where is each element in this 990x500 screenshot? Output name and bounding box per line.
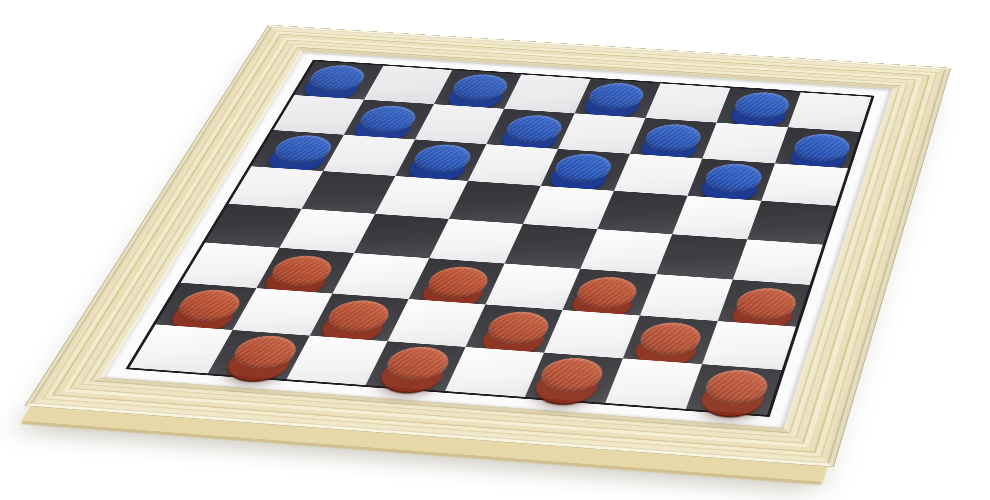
wooden-frame: [24, 25, 951, 468]
blue-checker-piece[interactable]: [500, 114, 566, 144]
square-r5c7[interactable]: [656, 234, 747, 279]
square-r1c7[interactable]: [717, 88, 801, 127]
square-r6c8[interactable]: [718, 280, 810, 327]
blue-checker-piece[interactable]: [790, 132, 854, 163]
red-checker-piece[interactable]: [731, 286, 800, 321]
red-checker-piece[interactable]: [481, 310, 554, 346]
red-checker-piece[interactable]: [634, 321, 705, 357]
blue-checker-piece[interactable]: [640, 123, 705, 153]
red-checker-piece[interactable]: [171, 288, 247, 323]
square-r3c7[interactable]: [688, 159, 775, 201]
product-photo-stage: [0, 0, 990, 500]
board-mat: [103, 52, 892, 428]
square-r2c7: [702, 123, 788, 164]
red-checker-piece[interactable]: [534, 356, 607, 394]
square-r7c8: [702, 321, 796, 370]
square-r6c7: [640, 274, 733, 321]
blue-checker-piece[interactable]: [268, 134, 337, 165]
blue-checker-piece[interactable]: [549, 152, 616, 183]
red-checker-piece[interactable]: [321, 298, 395, 334]
checkers-board: [125, 60, 874, 417]
red-checker-piece[interactable]: [380, 345, 455, 382]
square-r4c7: [672, 196, 761, 240]
red-checker-piece[interactable]: [571, 275, 641, 310]
blue-checker-piece[interactable]: [730, 91, 793, 121]
red-checker-piece[interactable]: [264, 254, 337, 288]
red-checker-piece[interactable]: [421, 265, 493, 300]
red-checker-piece[interactable]: [700, 368, 772, 406]
square-r1c8: [788, 92, 871, 132]
square-r2c8[interactable]: [775, 127, 860, 168]
blue-checker-piece[interactable]: [584, 81, 648, 110]
blue-checker-piece[interactable]: [447, 73, 512, 102]
blue-checker-piece[interactable]: [303, 64, 370, 93]
perspective-scene: [0, 0, 990, 500]
blue-checker-piece[interactable]: [700, 162, 765, 194]
square-r4c8[interactable]: [747, 201, 835, 245]
square-r8c8[interactable]: [686, 364, 782, 415]
square-r3c8: [761, 163, 848, 205]
blue-checker-piece[interactable]: [408, 143, 476, 174]
blue-checker-piece[interactable]: [354, 104, 421, 134]
red-checker-piece[interactable]: [226, 334, 302, 371]
square-r5c8: [733, 239, 823, 284]
